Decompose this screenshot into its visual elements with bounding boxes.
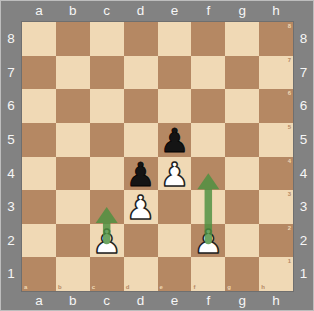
square-h6[interactable]: 6 (259, 89, 293, 123)
rank-label-left-3: 3 (0, 190, 22, 224)
square-g5[interactable] (225, 123, 259, 157)
square-c3[interactable] (90, 190, 124, 224)
square-e5[interactable]: ♟ (158, 123, 192, 157)
black-pawn-e5[interactable]: ♟ (160, 124, 190, 157)
square-c5[interactable] (90, 123, 124, 157)
file-label-top-e: e (158, 0, 192, 22)
square-g7[interactable] (225, 56, 259, 90)
square-a4[interactable] (22, 157, 56, 191)
square-a5[interactable] (22, 123, 56, 157)
board: 876♟5♟♟4♟3♟♟2abcdefg1h (22, 22, 293, 291)
rank-label-right-3: 3 (293, 190, 314, 224)
square-a7[interactable] (22, 56, 56, 90)
square-d5[interactable] (124, 123, 158, 157)
rank-label-right-5: 5 (293, 123, 314, 157)
square-g1[interactable]: g (225, 257, 259, 291)
rank-label-left-2: 2 (0, 224, 22, 258)
square-g4[interactable] (225, 157, 259, 191)
square-coord-rank-h3: 3 (288, 191, 291, 197)
chess-diagram: abcdefgh abcdefgh 87654321 87654321 876♟… (0, 0, 314, 311)
square-d8[interactable] (124, 22, 158, 56)
square-a3[interactable] (22, 190, 56, 224)
rank-label-left-1: 1 (0, 257, 22, 291)
file-label-bottom-b: b (56, 291, 90, 311)
square-c2[interactable]: ♟ (90, 224, 124, 258)
white-pawn-c2[interactable]: ♟ (92, 225, 122, 258)
square-f5[interactable] (191, 123, 225, 157)
square-c4[interactable] (90, 157, 124, 191)
square-e6[interactable] (158, 89, 192, 123)
white-pawn-e4[interactable]: ♟ (160, 158, 190, 191)
square-e7[interactable] (158, 56, 192, 90)
rank-label-left-5: 5 (0, 123, 22, 157)
file-label-top-b: b (56, 0, 90, 22)
rank-label-right-4: 4 (293, 157, 314, 191)
square-coord-rank-h5: 5 (288, 124, 291, 130)
square-e2[interactable] (158, 224, 192, 258)
file-label-bottom-c: c (90, 291, 124, 311)
square-f6[interactable] (191, 89, 225, 123)
square-e8[interactable] (158, 22, 192, 56)
square-g8[interactable] (225, 22, 259, 56)
rank-labels-left: 87654321 (0, 22, 22, 291)
black-pawn-d4[interactable]: ♟ (126, 158, 156, 191)
square-f8[interactable] (191, 22, 225, 56)
square-d2[interactable] (124, 224, 158, 258)
square-f2[interactable]: ♟ (191, 224, 225, 258)
square-e1[interactable]: e (158, 257, 192, 291)
square-h5[interactable]: 5 (259, 123, 293, 157)
file-labels-bottom: abcdefgh (22, 291, 293, 311)
square-coord-rank-h1: 1 (288, 258, 291, 264)
square-b6[interactable] (56, 89, 90, 123)
white-pawn-d3[interactable]: ♟ (126, 191, 156, 224)
file-label-bottom-g: g (225, 291, 259, 311)
square-b7[interactable] (56, 56, 90, 90)
square-c7[interactable] (90, 56, 124, 90)
square-h1[interactable]: 1h (259, 257, 293, 291)
rank-label-right-1: 1 (293, 257, 314, 291)
square-d4[interactable]: ♟ (124, 157, 158, 191)
square-coord-file-f1: f (193, 284, 195, 290)
white-pawn-f2[interactable]: ♟ (194, 225, 224, 258)
square-f7[interactable] (191, 56, 225, 90)
square-e3[interactable] (158, 190, 192, 224)
square-d3[interactable]: ♟ (124, 190, 158, 224)
file-label-top-a: a (22, 0, 56, 22)
square-coord-file-c1: c (92, 284, 95, 290)
file-label-top-g: g (225, 0, 259, 22)
square-h7[interactable]: 7 (259, 56, 293, 90)
file-label-top-f: f (191, 0, 225, 22)
square-a2[interactable] (22, 224, 56, 258)
file-label-top-d: d (124, 0, 158, 22)
rank-label-right-7: 7 (293, 56, 314, 90)
rank-label-right-6: 6 (293, 89, 314, 123)
square-b5[interactable] (56, 123, 90, 157)
square-c8[interactable] (90, 22, 124, 56)
square-coord-rank-h8: 8 (288, 23, 291, 29)
square-h3[interactable]: 3 (259, 190, 293, 224)
square-b3[interactable] (56, 190, 90, 224)
square-h8[interactable]: 8 (259, 22, 293, 56)
square-b8[interactable] (56, 22, 90, 56)
file-label-bottom-a: a (22, 291, 56, 311)
square-coord-rank-h2: 2 (288, 225, 291, 231)
square-coord-file-h1: h (261, 284, 265, 290)
square-d1[interactable]: d (124, 257, 158, 291)
file-label-top-c: c (90, 0, 124, 22)
square-coord-file-d1: d (126, 284, 130, 290)
square-a1[interactable]: a (22, 257, 56, 291)
square-f1[interactable]: f (191, 257, 225, 291)
square-a8[interactable] (22, 22, 56, 56)
square-a6[interactable] (22, 89, 56, 123)
square-e4[interactable]: ♟ (158, 157, 192, 191)
square-coord-file-a1: a (24, 284, 27, 290)
square-c6[interactable] (90, 89, 124, 123)
square-g6[interactable] (225, 89, 259, 123)
square-coord-rank-h7: 7 (288, 57, 291, 63)
square-b1[interactable]: b (56, 257, 90, 291)
square-d6[interactable] (124, 89, 158, 123)
rank-label-left-4: 4 (0, 157, 22, 191)
file-label-top-h: h (259, 0, 293, 22)
square-d7[interactable] (124, 56, 158, 90)
square-f3[interactable] (191, 190, 225, 224)
rank-label-left-8: 8 (0, 22, 22, 56)
square-f4[interactable] (191, 157, 225, 191)
rank-label-left-7: 7 (0, 56, 22, 90)
square-g2[interactable] (225, 224, 259, 258)
square-coord-rank-h4: 4 (288, 158, 291, 164)
square-coord-rank-h6: 6 (288, 90, 291, 96)
square-h4[interactable]: 4 (259, 157, 293, 191)
file-label-bottom-h: h (259, 291, 293, 311)
square-coord-file-e1: e (160, 284, 163, 290)
square-coord-file-g1: g (227, 284, 231, 290)
square-h2[interactable]: 2 (259, 224, 293, 258)
rank-label-left-6: 6 (0, 89, 22, 123)
rank-label-right-2: 2 (293, 224, 314, 258)
file-labels-top: abcdefgh (22, 0, 293, 22)
file-label-bottom-f: f (191, 291, 225, 311)
rank-labels-right: 87654321 (293, 22, 314, 291)
rank-label-right-8: 8 (293, 22, 314, 56)
square-c1[interactable]: c (90, 257, 124, 291)
file-label-bottom-d: d (124, 291, 158, 311)
square-b4[interactable] (56, 157, 90, 191)
file-label-bottom-e: e (158, 291, 192, 311)
square-g3[interactable] (225, 190, 259, 224)
square-b2[interactable] (56, 224, 90, 258)
square-coord-file-b1: b (58, 284, 62, 290)
